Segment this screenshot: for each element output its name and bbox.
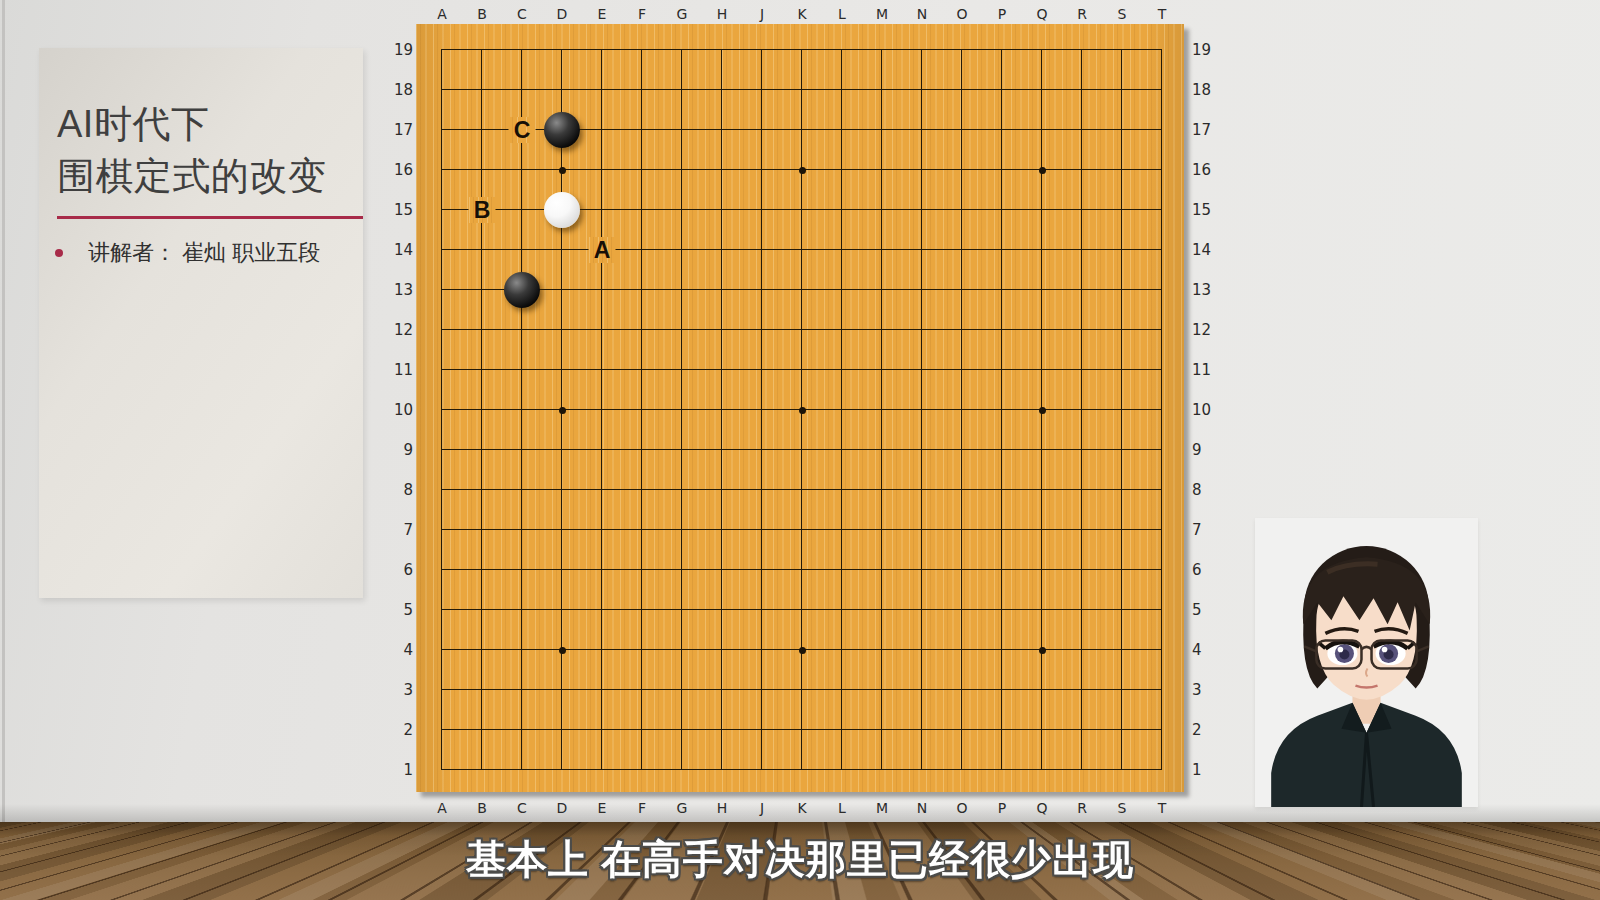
point-D13[interactable] — [542, 270, 582, 310]
point-Q8[interactable] — [1022, 470, 1062, 510]
point-S10[interactable] — [1102, 390, 1142, 430]
point-Q10[interactable] — [1022, 390, 1062, 430]
point-D10[interactable] — [542, 390, 582, 430]
point-K13[interactable] — [782, 270, 822, 310]
point-M2[interactable] — [862, 710, 902, 750]
point-D12[interactable] — [542, 310, 582, 350]
point-R13[interactable] — [1062, 270, 1102, 310]
point-F7[interactable] — [622, 510, 662, 550]
point-C7[interactable] — [502, 510, 542, 550]
point-N17[interactable] — [902, 110, 942, 150]
point-B1[interactable] — [462, 750, 502, 790]
point-J4[interactable] — [742, 630, 782, 670]
point-K3[interactable] — [782, 670, 822, 710]
point-A16[interactable] — [422, 150, 462, 190]
point-O6[interactable] — [942, 550, 982, 590]
point-C3[interactable] — [502, 670, 542, 710]
point-R12[interactable] — [1062, 310, 1102, 350]
point-S4[interactable] — [1102, 630, 1142, 670]
point-C13[interactable] — [502, 270, 542, 310]
point-J13[interactable] — [742, 270, 782, 310]
point-T7[interactable] — [1142, 510, 1182, 550]
point-B16[interactable] — [462, 150, 502, 190]
point-H6[interactable] — [702, 550, 742, 590]
point-O11[interactable] — [942, 350, 982, 390]
point-H15[interactable] — [702, 190, 742, 230]
point-E8[interactable] — [582, 470, 622, 510]
point-T17[interactable] — [1142, 110, 1182, 150]
point-M19[interactable] — [862, 30, 902, 70]
point-Q4[interactable] — [1022, 630, 1062, 670]
point-K14[interactable] — [782, 230, 822, 270]
point-F6[interactable] — [622, 550, 662, 590]
point-L19[interactable] — [822, 30, 862, 70]
point-L9[interactable] — [822, 430, 862, 470]
point-G14[interactable] — [662, 230, 702, 270]
point-O13[interactable] — [942, 270, 982, 310]
point-D5[interactable] — [542, 590, 582, 630]
point-B13[interactable] — [462, 270, 502, 310]
point-O3[interactable] — [942, 670, 982, 710]
point-B11[interactable] — [462, 350, 502, 390]
point-F9[interactable] — [622, 430, 662, 470]
point-P5[interactable] — [982, 590, 1022, 630]
point-R17[interactable] — [1062, 110, 1102, 150]
point-O12[interactable] — [942, 310, 982, 350]
point-C17[interactable]: C — [502, 110, 542, 150]
point-L5[interactable] — [822, 590, 862, 630]
point-A8[interactable] — [422, 470, 462, 510]
point-M5[interactable] — [862, 590, 902, 630]
point-O17[interactable] — [942, 110, 982, 150]
point-E18[interactable] — [582, 70, 622, 110]
point-K15[interactable] — [782, 190, 822, 230]
point-R1[interactable] — [1062, 750, 1102, 790]
point-K7[interactable] — [782, 510, 822, 550]
point-O19[interactable] — [942, 30, 982, 70]
point-L16[interactable] — [822, 150, 862, 190]
point-G19[interactable] — [662, 30, 702, 70]
point-G13[interactable] — [662, 270, 702, 310]
point-G11[interactable] — [662, 350, 702, 390]
point-Q11[interactable] — [1022, 350, 1062, 390]
point-H17[interactable] — [702, 110, 742, 150]
point-A7[interactable] — [422, 510, 462, 550]
point-T19[interactable] — [1142, 30, 1182, 70]
point-P4[interactable] — [982, 630, 1022, 670]
point-D19[interactable] — [542, 30, 582, 70]
point-H4[interactable] — [702, 630, 742, 670]
point-H2[interactable] — [702, 710, 742, 750]
point-S16[interactable] — [1102, 150, 1142, 190]
point-M12[interactable] — [862, 310, 902, 350]
point-S13[interactable] — [1102, 270, 1142, 310]
point-S15[interactable] — [1102, 190, 1142, 230]
point-B18[interactable] — [462, 70, 502, 110]
point-O1[interactable] — [942, 750, 982, 790]
point-H10[interactable] — [702, 390, 742, 430]
point-O16[interactable] — [942, 150, 982, 190]
point-H1[interactable] — [702, 750, 742, 790]
point-S6[interactable] — [1102, 550, 1142, 590]
point-P17[interactable] — [982, 110, 1022, 150]
point-E14[interactable]: A — [582, 230, 622, 270]
point-P2[interactable] — [982, 710, 1022, 750]
point-S12[interactable] — [1102, 310, 1142, 350]
point-J2[interactable] — [742, 710, 782, 750]
point-D11[interactable] — [542, 350, 582, 390]
point-B15[interactable]: B — [462, 190, 502, 230]
point-E2[interactable] — [582, 710, 622, 750]
point-N9[interactable] — [902, 430, 942, 470]
point-T4[interactable] — [1142, 630, 1182, 670]
point-T14[interactable] — [1142, 230, 1182, 270]
point-P11[interactable] — [982, 350, 1022, 390]
point-A9[interactable] — [422, 430, 462, 470]
point-P7[interactable] — [982, 510, 1022, 550]
point-F19[interactable] — [622, 30, 662, 70]
point-D4[interactable] — [542, 630, 582, 670]
point-O15[interactable] — [942, 190, 982, 230]
point-B5[interactable] — [462, 590, 502, 630]
point-A18[interactable] — [422, 70, 462, 110]
point-F12[interactable] — [622, 310, 662, 350]
point-E4[interactable] — [582, 630, 622, 670]
point-K1[interactable] — [782, 750, 822, 790]
point-L10[interactable] — [822, 390, 862, 430]
point-O10[interactable] — [942, 390, 982, 430]
point-T15[interactable] — [1142, 190, 1182, 230]
point-K8[interactable] — [782, 470, 822, 510]
point-P12[interactable] — [982, 310, 1022, 350]
point-A11[interactable] — [422, 350, 462, 390]
point-Q15[interactable] — [1022, 190, 1062, 230]
point-N14[interactable] — [902, 230, 942, 270]
point-S9[interactable] — [1102, 430, 1142, 470]
point-K18[interactable] — [782, 70, 822, 110]
point-E17[interactable] — [582, 110, 622, 150]
point-N15[interactable] — [902, 190, 942, 230]
point-R18[interactable] — [1062, 70, 1102, 110]
point-R10[interactable] — [1062, 390, 1102, 430]
point-B9[interactable] — [462, 430, 502, 470]
point-M8[interactable] — [862, 470, 902, 510]
point-O5[interactable] — [942, 590, 982, 630]
point-P3[interactable] — [982, 670, 1022, 710]
point-S1[interactable] — [1102, 750, 1142, 790]
point-H7[interactable] — [702, 510, 742, 550]
point-M17[interactable] — [862, 110, 902, 150]
point-C16[interactable] — [502, 150, 542, 190]
point-P15[interactable] — [982, 190, 1022, 230]
point-F10[interactable] — [622, 390, 662, 430]
point-E9[interactable] — [582, 430, 622, 470]
point-R8[interactable] — [1062, 470, 1102, 510]
point-J16[interactable] — [742, 150, 782, 190]
point-O18[interactable] — [942, 70, 982, 110]
point-B2[interactable] — [462, 710, 502, 750]
point-T13[interactable] — [1142, 270, 1182, 310]
point-F15[interactable] — [622, 190, 662, 230]
point-D3[interactable] — [542, 670, 582, 710]
point-R14[interactable] — [1062, 230, 1102, 270]
point-J10[interactable] — [742, 390, 782, 430]
point-A15[interactable] — [422, 190, 462, 230]
point-K4[interactable] — [782, 630, 822, 670]
point-A13[interactable] — [422, 270, 462, 310]
point-C14[interactable] — [502, 230, 542, 270]
point-C2[interactable] — [502, 710, 542, 750]
point-S11[interactable] — [1102, 350, 1142, 390]
point-Q17[interactable] — [1022, 110, 1062, 150]
point-K2[interactable] — [782, 710, 822, 750]
point-S5[interactable] — [1102, 590, 1142, 630]
point-D1[interactable] — [542, 750, 582, 790]
point-Q1[interactable] — [1022, 750, 1062, 790]
point-J1[interactable] — [742, 750, 782, 790]
point-A4[interactable] — [422, 630, 462, 670]
point-M6[interactable] — [862, 550, 902, 590]
point-L15[interactable] — [822, 190, 862, 230]
point-B6[interactable] — [462, 550, 502, 590]
point-D8[interactable] — [542, 470, 582, 510]
point-C19[interactable] — [502, 30, 542, 70]
point-N18[interactable] — [902, 70, 942, 110]
point-P8[interactable] — [982, 470, 1022, 510]
point-L6[interactable] — [822, 550, 862, 590]
point-E1[interactable] — [582, 750, 622, 790]
point-Q12[interactable] — [1022, 310, 1062, 350]
point-G4[interactable] — [662, 630, 702, 670]
point-F2[interactable] — [622, 710, 662, 750]
point-R4[interactable] — [1062, 630, 1102, 670]
point-S17[interactable] — [1102, 110, 1142, 150]
point-R16[interactable] — [1062, 150, 1102, 190]
point-C12[interactable] — [502, 310, 542, 350]
point-M16[interactable] — [862, 150, 902, 190]
point-P19[interactable] — [982, 30, 1022, 70]
point-N7[interactable] — [902, 510, 942, 550]
point-B7[interactable] — [462, 510, 502, 550]
point-J14[interactable] — [742, 230, 782, 270]
point-C11[interactable] — [502, 350, 542, 390]
point-N16[interactable] — [902, 150, 942, 190]
point-T8[interactable] — [1142, 470, 1182, 510]
point-Q18[interactable] — [1022, 70, 1062, 110]
point-C18[interactable] — [502, 70, 542, 110]
point-Q6[interactable] — [1022, 550, 1062, 590]
point-N13[interactable] — [902, 270, 942, 310]
point-B8[interactable] — [462, 470, 502, 510]
point-D16[interactable] — [542, 150, 582, 190]
point-Q14[interactable] — [1022, 230, 1062, 270]
point-N8[interactable] — [902, 470, 942, 510]
point-Q9[interactable] — [1022, 430, 1062, 470]
point-A19[interactable] — [422, 30, 462, 70]
point-G9[interactable] — [662, 430, 702, 470]
point-O7[interactable] — [942, 510, 982, 550]
point-A14[interactable] — [422, 230, 462, 270]
point-M1[interactable] — [862, 750, 902, 790]
point-L14[interactable] — [822, 230, 862, 270]
point-P14[interactable] — [982, 230, 1022, 270]
point-A3[interactable] — [422, 670, 462, 710]
point-H12[interactable] — [702, 310, 742, 350]
point-H18[interactable] — [702, 70, 742, 110]
point-G10[interactable] — [662, 390, 702, 430]
point-G7[interactable] — [662, 510, 702, 550]
point-G1[interactable] — [662, 750, 702, 790]
point-B19[interactable] — [462, 30, 502, 70]
point-T10[interactable] — [1142, 390, 1182, 430]
point-F18[interactable] — [622, 70, 662, 110]
point-R3[interactable] — [1062, 670, 1102, 710]
point-H16[interactable] — [702, 150, 742, 190]
point-O2[interactable] — [942, 710, 982, 750]
point-B4[interactable] — [462, 630, 502, 670]
point-J19[interactable] — [742, 30, 782, 70]
point-A5[interactable] — [422, 590, 462, 630]
point-L1[interactable] — [822, 750, 862, 790]
point-S8[interactable] — [1102, 470, 1142, 510]
point-M9[interactable] — [862, 430, 902, 470]
point-O8[interactable] — [942, 470, 982, 510]
point-J7[interactable] — [742, 510, 782, 550]
point-C4[interactable] — [502, 630, 542, 670]
point-H5[interactable] — [702, 590, 742, 630]
point-G12[interactable] — [662, 310, 702, 350]
point-O9[interactable] — [942, 430, 982, 470]
point-T3[interactable] — [1142, 670, 1182, 710]
point-E5[interactable] — [582, 590, 622, 630]
point-O14[interactable] — [942, 230, 982, 270]
point-F3[interactable] — [622, 670, 662, 710]
point-J8[interactable] — [742, 470, 782, 510]
point-T18[interactable] — [1142, 70, 1182, 110]
point-Q3[interactable] — [1022, 670, 1062, 710]
point-J11[interactable] — [742, 350, 782, 390]
point-M18[interactable] — [862, 70, 902, 110]
point-P16[interactable] — [982, 150, 1022, 190]
point-F17[interactable] — [622, 110, 662, 150]
point-N5[interactable] — [902, 590, 942, 630]
point-C9[interactable] — [502, 430, 542, 470]
point-K17[interactable] — [782, 110, 822, 150]
point-D6[interactable] — [542, 550, 582, 590]
point-H13[interactable] — [702, 270, 742, 310]
point-J9[interactable] — [742, 430, 782, 470]
point-E3[interactable] — [582, 670, 622, 710]
point-N2[interactable] — [902, 710, 942, 750]
point-E16[interactable] — [582, 150, 622, 190]
point-L2[interactable] — [822, 710, 862, 750]
point-N4[interactable] — [902, 630, 942, 670]
point-N10[interactable] — [902, 390, 942, 430]
point-F1[interactable] — [622, 750, 662, 790]
point-M15[interactable] — [862, 190, 902, 230]
point-L4[interactable] — [822, 630, 862, 670]
point-R11[interactable] — [1062, 350, 1102, 390]
point-T2[interactable] — [1142, 710, 1182, 750]
point-K11[interactable] — [782, 350, 822, 390]
point-E11[interactable] — [582, 350, 622, 390]
point-R19[interactable] — [1062, 30, 1102, 70]
point-J5[interactable] — [742, 590, 782, 630]
point-M14[interactable] — [862, 230, 902, 270]
point-C1[interactable] — [502, 750, 542, 790]
point-Q5[interactable] — [1022, 590, 1062, 630]
point-F11[interactable] — [622, 350, 662, 390]
point-H19[interactable] — [702, 30, 742, 70]
point-M11[interactable] — [862, 350, 902, 390]
point-E12[interactable] — [582, 310, 622, 350]
point-H14[interactable] — [702, 230, 742, 270]
point-B14[interactable] — [462, 230, 502, 270]
point-P9[interactable] — [982, 430, 1022, 470]
point-E19[interactable] — [582, 30, 622, 70]
point-K16[interactable] — [782, 150, 822, 190]
point-G2[interactable] — [662, 710, 702, 750]
point-N6[interactable] — [902, 550, 942, 590]
point-T11[interactable] — [1142, 350, 1182, 390]
point-S18[interactable] — [1102, 70, 1142, 110]
point-G8[interactable] — [662, 470, 702, 510]
point-A17[interactable] — [422, 110, 462, 150]
point-P10[interactable] — [982, 390, 1022, 430]
point-J17[interactable] — [742, 110, 782, 150]
point-E7[interactable] — [582, 510, 622, 550]
point-H11[interactable] — [702, 350, 742, 390]
point-C6[interactable] — [502, 550, 542, 590]
point-Q19[interactable] — [1022, 30, 1062, 70]
point-A10[interactable] — [422, 390, 462, 430]
point-R5[interactable] — [1062, 590, 1102, 630]
point-D2[interactable] — [542, 710, 582, 750]
point-B17[interactable] — [462, 110, 502, 150]
point-A2[interactable] — [422, 710, 462, 750]
point-K19[interactable] — [782, 30, 822, 70]
point-L11[interactable] — [822, 350, 862, 390]
point-L18[interactable] — [822, 70, 862, 110]
point-N12[interactable] — [902, 310, 942, 350]
point-J12[interactable] — [742, 310, 782, 350]
point-D18[interactable] — [542, 70, 582, 110]
point-H9[interactable] — [702, 430, 742, 470]
point-K12[interactable] — [782, 310, 822, 350]
point-S2[interactable] — [1102, 710, 1142, 750]
point-G6[interactable] — [662, 550, 702, 590]
point-R15[interactable] — [1062, 190, 1102, 230]
point-R7[interactable] — [1062, 510, 1102, 550]
point-J6[interactable] — [742, 550, 782, 590]
point-P13[interactable] — [982, 270, 1022, 310]
point-M7[interactable] — [862, 510, 902, 550]
point-Q13[interactable] — [1022, 270, 1062, 310]
point-T6[interactable] — [1142, 550, 1182, 590]
point-C8[interactable] — [502, 470, 542, 510]
point-S14[interactable] — [1102, 230, 1142, 270]
point-D14[interactable] — [542, 230, 582, 270]
point-M13[interactable] — [862, 270, 902, 310]
point-G15[interactable] — [662, 190, 702, 230]
point-A12[interactable] — [422, 310, 462, 350]
point-Q2[interactable] — [1022, 710, 1062, 750]
point-L7[interactable] — [822, 510, 862, 550]
point-F13[interactable] — [622, 270, 662, 310]
board-grid[interactable]: CBA — [422, 30, 1182, 790]
point-P18[interactable] — [982, 70, 1022, 110]
point-T1[interactable] — [1142, 750, 1182, 790]
